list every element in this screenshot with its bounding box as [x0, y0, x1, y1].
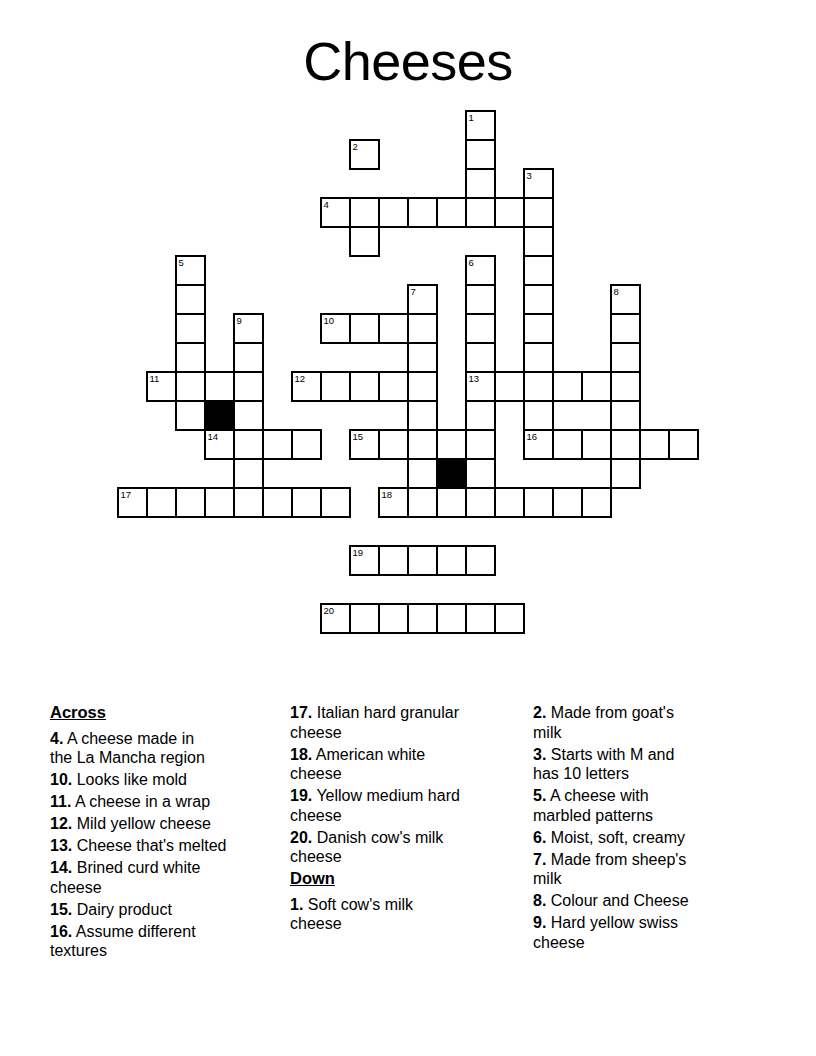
across-clue-17: 17. Italian hard granular cheese: [290, 703, 530, 742]
cell-r11-c18[interactable]: [639, 429, 670, 460]
cell-r15-c11[interactable]: [436, 545, 467, 576]
cell-r7-c14[interactable]: [523, 313, 554, 344]
cell-r13-c7[interactable]: [320, 487, 351, 518]
cell-r13-c10[interactable]: [407, 487, 438, 518]
clue-text: Made from goat's milk: [533, 704, 674, 741]
clue-number: 15.: [50, 901, 72, 918]
cell-r7-c17[interactable]: [610, 313, 641, 344]
cell-r12-c10[interactable]: [407, 458, 438, 489]
cell-r11-c5[interactable]: [262, 429, 293, 460]
crossword-grid: 1234567891011121314151617181920: [117, 110, 701, 636]
clues-column-1: Across4. A cheese made in the La Mancha …: [50, 703, 290, 963]
clue-text: A cheese made in the La Mancha region: [50, 730, 205, 767]
across-clue-12: 12. Mild yellow cheese: [50, 814, 290, 834]
cell-r13-c3[interactable]: [204, 487, 235, 518]
cell-r9-c14[interactable]: [523, 371, 554, 402]
cell-r10-c2[interactable]: [175, 400, 206, 431]
cell-r17-c9[interactable]: [378, 603, 409, 634]
cell-r11-c16[interactable]: [581, 429, 612, 460]
cell-r15-c12[interactable]: [465, 545, 496, 576]
across-clue-15: 15. Dairy product: [50, 900, 290, 920]
cell-r17-c11[interactable]: [436, 603, 467, 634]
crossword-page: Cheeses 1234567891011121314151617181920 …: [0, 0, 816, 1056]
clue-number: 14.: [50, 859, 72, 876]
cell-r13-c11[interactable]: [436, 487, 467, 518]
clue-number: 2.: [533, 704, 546, 721]
cell-r3-c12[interactable]: [465, 197, 496, 228]
cell-r1-c12[interactable]: [465, 139, 496, 170]
cell-r13-c2[interactable]: [175, 487, 206, 518]
grid-number-4: 4: [324, 200, 329, 210]
block-cell-r12-c11: [436, 458, 467, 489]
clues-column-2: 17. Italian hard granular cheese18. Amer…: [290, 703, 530, 936]
cell-r3-c14[interactable]: [523, 197, 554, 228]
cell-r13-c4[interactable]: [233, 487, 264, 518]
cell-r11-c19[interactable]: [668, 429, 699, 460]
clue-text: A cheese with marbled patterns: [533, 787, 653, 824]
cell-r12-c12[interactable]: [465, 458, 496, 489]
grid-number-1: 1: [469, 113, 474, 123]
cell-r2-c12[interactable]: [465, 168, 496, 199]
cell-r7-c8[interactable]: [349, 313, 380, 344]
cell-r17-c8[interactable]: [349, 603, 380, 634]
cell-r8-c4[interactable]: [233, 342, 264, 373]
clue-number: 6.: [533, 829, 546, 846]
clue-number: 5.: [533, 787, 546, 804]
down-header: Down: [290, 869, 530, 889]
down-clue-6: 6. Moist, soft, creamy: [533, 828, 773, 848]
cell-r6-c14[interactable]: [523, 284, 554, 315]
cell-r11-c10[interactable]: [407, 429, 438, 460]
cell-r11-c11[interactable]: [436, 429, 467, 460]
cell-r13-c1[interactable]: [146, 487, 177, 518]
grid-number-8: 8: [614, 287, 619, 297]
cell-r11-c6[interactable]: [291, 429, 322, 460]
clue-text: Starts with M and has 10 letters: [533, 746, 674, 783]
cell-r3-c13[interactable]: [494, 197, 525, 228]
across-clue-19: 19. Yellow medium hard cheese: [290, 786, 530, 825]
grid-number-11: 11: [150, 374, 160, 384]
cell-r17-c12[interactable]: [465, 603, 496, 634]
across-clue-10: 10. Looks like mold: [50, 770, 290, 790]
cell-r4-c14[interactable]: [523, 226, 554, 257]
grid-number-18: 18: [382, 490, 393, 500]
cell-r13-c15[interactable]: [552, 487, 583, 518]
clue-text: Dairy product: [77, 901, 172, 918]
clue-text: Cheese that's melted: [77, 837, 227, 854]
cell-r7-c2[interactable]: [175, 313, 206, 344]
clue-text: Yellow medium hard cheese: [290, 787, 460, 824]
cell-r6-c12[interactable]: [465, 284, 496, 315]
cell-r6-c2[interactable]: [175, 284, 206, 315]
grid-number-6: 6: [469, 258, 474, 268]
cell-r13-c12[interactable]: [465, 487, 496, 518]
grid-number-5: 5: [179, 258, 184, 268]
clue-number: 20.: [290, 829, 312, 846]
cell-r12-c4[interactable]: [233, 458, 264, 489]
grid-number-14: 14: [208, 432, 219, 442]
cell-r9-c3[interactable]: [204, 371, 235, 402]
cell-r7-c10[interactable]: [407, 313, 438, 344]
down-clue-5: 5. A cheese with marbled patterns: [533, 786, 773, 825]
cell-r3-c11[interactable]: [436, 197, 467, 228]
grid-number-17: 17: [121, 490, 132, 500]
down-clue-8: 8. Colour and Cheese: [533, 891, 773, 911]
across-clue-16: 16. Assume different textures: [50, 922, 290, 961]
clue-text: A cheese in a wrap: [75, 793, 210, 810]
puzzle-title: Cheeses: [0, 30, 816, 92]
cell-r11-c15[interactable]: [552, 429, 583, 460]
grid-number-10: 10: [324, 316, 335, 326]
cell-r3-c9[interactable]: [378, 197, 409, 228]
across-header: Across: [50, 703, 290, 723]
cell-r9-c4[interactable]: [233, 371, 264, 402]
clue-text: Made from sheep's milk: [533, 851, 686, 888]
clue-number: 17.: [290, 704, 312, 721]
cell-r8-c17[interactable]: [610, 342, 641, 373]
clue-text: Looks like mold: [77, 771, 187, 788]
cell-r8-c12[interactable]: [465, 342, 496, 373]
cell-r8-c14[interactable]: [523, 342, 554, 373]
clue-number: 8.: [533, 892, 546, 909]
cell-r9-c10[interactable]: [407, 371, 438, 402]
clue-number: 11.: [50, 793, 71, 810]
cell-r15-c10[interactable]: [407, 545, 438, 576]
grid-number-20: 20: [324, 606, 335, 616]
cell-r11-c9[interactable]: [378, 429, 409, 460]
cell-r3-c10[interactable]: [407, 197, 438, 228]
clue-text: Hard yellow swiss cheese: [533, 914, 678, 951]
clue-text: Colour and Cheese: [551, 892, 689, 909]
down-clue-9: 9. Hard yellow swiss cheese: [533, 913, 773, 952]
clue-text: Mild yellow cheese: [77, 815, 211, 832]
cell-r13-c14[interactable]: [523, 487, 554, 518]
cell-r4-c8[interactable]: [349, 226, 380, 257]
cell-r17-c13[interactable]: [494, 603, 525, 634]
cell-r7-c12[interactable]: [465, 313, 496, 344]
clue-text: Moist, soft, creamy: [551, 829, 685, 846]
clue-text: Assume different textures: [50, 923, 196, 960]
cell-r9-c9[interactable]: [378, 371, 409, 402]
cell-r9-c8[interactable]: [349, 371, 380, 402]
cell-r15-c9[interactable]: [378, 545, 409, 576]
cell-r10-c12[interactable]: [465, 400, 496, 431]
down-clue-1: 1. Soft cow's milk cheese: [290, 895, 530, 934]
clue-number: 4.: [50, 730, 63, 747]
cell-r13-c16[interactable]: [581, 487, 612, 518]
cell-r9-c2[interactable]: [175, 371, 206, 402]
cell-r13-c13[interactable]: [494, 487, 525, 518]
cell-r8-c10[interactable]: [407, 342, 438, 373]
cell-r5-c14[interactable]: [523, 255, 554, 286]
grid-number-15: 15: [353, 432, 364, 442]
across-clue-14: 14. Brined curd white cheese: [50, 858, 290, 897]
clue-text: Danish cow's milk cheese: [290, 829, 443, 866]
grid-number-3: 3: [527, 171, 532, 181]
across-clue-18: 18. American white cheese: [290, 745, 530, 784]
grid-number-9: 9: [237, 316, 242, 326]
clues-column-3: 2. Made from goat's milk3. Starts with M…: [533, 703, 773, 955]
cell-r10-c4[interactable]: [233, 400, 264, 431]
cell-r9-c17[interactable]: [610, 371, 641, 402]
clue-number: 1.: [290, 896, 303, 913]
across-clue-13: 13. Cheese that's melted: [50, 836, 290, 856]
cell-r12-c17[interactable]: [610, 458, 641, 489]
clue-text: Brined curd white cheese: [50, 859, 200, 896]
grid-number-13: 13: [469, 374, 480, 384]
cell-r8-c2[interactable]: [175, 342, 206, 373]
cell-r10-c10[interactable]: [407, 400, 438, 431]
cell-r10-c14[interactable]: [523, 400, 554, 431]
cell-r17-c10[interactable]: [407, 603, 438, 634]
clue-text: Italian hard granular cheese: [290, 704, 459, 741]
across-clue-11: 11. A cheese in a wrap: [50, 792, 290, 812]
block-cell-r10-c3: [204, 400, 235, 431]
down-clue-2: 2. Made from goat's milk: [533, 703, 773, 742]
clue-number: 19.: [290, 787, 312, 804]
cell-r9-c16[interactable]: [581, 371, 612, 402]
cell-r3-c8[interactable]: [349, 197, 380, 228]
grid-number-7: 7: [411, 287, 416, 297]
grid-number-12: 12: [295, 374, 306, 384]
cell-r7-c9[interactable]: [378, 313, 409, 344]
cell-r9-c15[interactable]: [552, 371, 583, 402]
cell-r13-c6[interactable]: [291, 487, 322, 518]
cell-r9-c7[interactable]: [320, 371, 351, 402]
down-clue-3: 3. Starts with M and has 10 letters: [533, 745, 773, 784]
clue-number: 10.: [50, 771, 72, 788]
cell-r9-c13[interactable]: [494, 371, 525, 402]
clue-text: Soft cow's milk cheese: [290, 896, 413, 933]
clue-number: 3.: [533, 746, 546, 763]
clue-number: 12.: [50, 815, 72, 832]
cell-r11-c12[interactable]: [465, 429, 496, 460]
grid-number-19: 19: [353, 548, 364, 558]
clue-number: 9.: [533, 914, 546, 931]
cell-r11-c17[interactable]: [610, 429, 641, 460]
across-clue-20: 20. Danish cow's milk cheese: [290, 828, 530, 867]
grid-number-16: 16: [527, 432, 538, 442]
down-clue-7: 7. Made from sheep's milk: [533, 850, 773, 889]
cell-r13-c5[interactable]: [262, 487, 293, 518]
clue-number: 18.: [290, 746, 312, 763]
clue-number: 13.: [50, 837, 72, 854]
clue-number: 16.: [50, 923, 72, 940]
grid-number-2: 2: [353, 142, 358, 152]
cell-r10-c17[interactable]: [610, 400, 641, 431]
clue-number: 7.: [533, 851, 546, 868]
cell-r11-c4[interactable]: [233, 429, 264, 460]
across-clue-4: 4. A cheese made in the La Mancha region: [50, 729, 290, 768]
